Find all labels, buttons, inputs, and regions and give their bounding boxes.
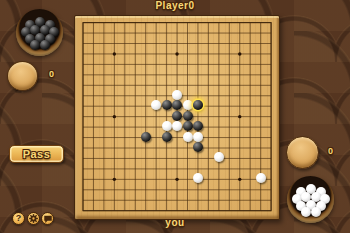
help-glyph: ? [16, 214, 22, 223]
black-stone [172, 111, 182, 121]
black-stone-in-bowl [40, 40, 50, 50]
gear-icon [28, 213, 39, 224]
white-stone [183, 132, 193, 142]
opponent-capture-count: 0 [49, 69, 55, 79]
chat-icon [43, 214, 53, 224]
chat-bubble-icon[interactable] [41, 212, 54, 225]
white-stone-in-bowl [311, 207, 321, 217]
white-stone [256, 173, 266, 183]
white-stone-in-bowl [301, 207, 311, 217]
white-stone [183, 100, 193, 110]
black-stone [193, 121, 203, 131]
black-stone [141, 132, 151, 142]
black-stone [162, 100, 172, 110]
white-stone [172, 90, 182, 100]
settings-gear-icon[interactable] [27, 212, 40, 225]
white-stone [162, 121, 172, 131]
white-stone-bowl [287, 176, 334, 223]
player-capture-count: 0 [328, 146, 334, 156]
help-icon[interactable]: ? [12, 212, 25, 225]
go-board[interactable] [74, 15, 280, 220]
black-stone [162, 132, 172, 142]
opponent-capture-lid [7, 61, 38, 91]
black-stone [183, 121, 193, 131]
black-stone [193, 142, 203, 152]
player-capture-lid [286, 136, 319, 169]
black-stone-bowl [16, 9, 63, 56]
pass-button[interactable]: Pass [9, 145, 64, 163]
white-stone [193, 132, 203, 142]
player-name-label: you [165, 217, 184, 228]
black-stone [183, 111, 193, 121]
game-screen: Player0 0 Pass 0 ? you [0, 0, 350, 233]
opponent-name-label: Player0 [155, 0, 194, 11]
black-stone-in-bowl [30, 40, 40, 50]
pass-button-label: Pass [23, 148, 51, 160]
